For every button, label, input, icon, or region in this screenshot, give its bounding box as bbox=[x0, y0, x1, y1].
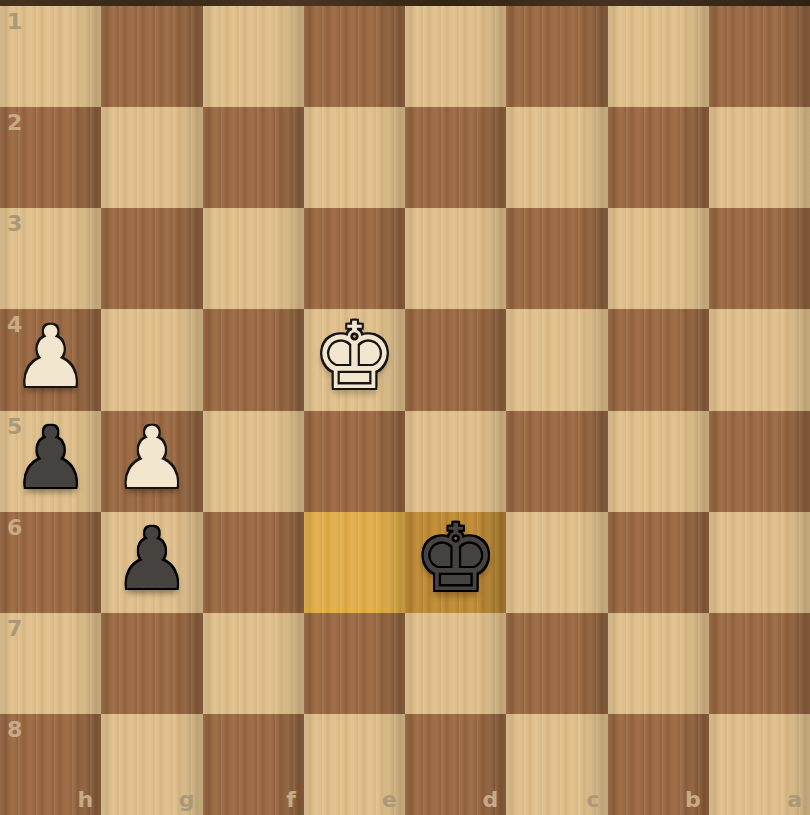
square-c3[interactable] bbox=[506, 208, 607, 309]
square-g3[interactable] bbox=[101, 208, 202, 309]
square-f2[interactable] bbox=[203, 107, 304, 208]
file-label-f: f bbox=[286, 789, 296, 811]
square-c4[interactable] bbox=[506, 309, 607, 410]
square-f7[interactable] bbox=[203, 613, 304, 714]
rank-label-2: 2 bbox=[7, 112, 22, 134]
piece-white-pawn-g5[interactable]: ♟ bbox=[114, 416, 189, 500]
square-g5[interactable]: ♟ bbox=[101, 411, 202, 512]
square-d2[interactable] bbox=[405, 107, 506, 208]
square-f6[interactable] bbox=[203, 512, 304, 613]
piece-black-pawn-h5[interactable]: ♟ bbox=[13, 416, 88, 500]
square-h6[interactable]: 6 bbox=[0, 512, 101, 613]
piece-white-pawn-h4[interactable]: ♟ bbox=[13, 315, 88, 399]
square-f3[interactable] bbox=[203, 208, 304, 309]
square-e6[interactable] bbox=[304, 512, 405, 613]
square-d7[interactable] bbox=[405, 613, 506, 714]
square-h4[interactable]: 4♟ bbox=[0, 309, 101, 410]
rank-label-1: 1 bbox=[7, 11, 22, 33]
chess-board: 1234♟♚5♟♟6♟♚78hgfedcba bbox=[0, 6, 810, 815]
square-f1[interactable] bbox=[203, 6, 304, 107]
square-h3[interactable]: 3 bbox=[0, 208, 101, 309]
square-e1[interactable] bbox=[304, 6, 405, 107]
piece-black-king-d6[interactable]: ♚ bbox=[414, 513, 496, 605]
square-g1[interactable] bbox=[101, 6, 202, 107]
square-d1[interactable] bbox=[405, 6, 506, 107]
piece-black-pawn-g6[interactable]: ♟ bbox=[114, 517, 189, 601]
square-a2[interactable] bbox=[709, 107, 810, 208]
square-b5[interactable] bbox=[608, 411, 709, 512]
file-label-a: a bbox=[787, 789, 802, 811]
file-label-b: b bbox=[685, 789, 701, 811]
square-c5[interactable] bbox=[506, 411, 607, 512]
square-g4[interactable] bbox=[101, 309, 202, 410]
square-e5[interactable] bbox=[304, 411, 405, 512]
square-b3[interactable] bbox=[608, 208, 709, 309]
square-b2[interactable] bbox=[608, 107, 709, 208]
square-g8[interactable]: g bbox=[101, 714, 202, 815]
piece-white-king-e4[interactable]: ♚ bbox=[313, 311, 395, 403]
square-a3[interactable] bbox=[709, 208, 810, 309]
file-label-h: h bbox=[78, 789, 94, 811]
square-a6[interactable] bbox=[709, 512, 810, 613]
square-e7[interactable] bbox=[304, 613, 405, 714]
file-label-d: d bbox=[483, 789, 499, 811]
square-f8[interactable]: f bbox=[203, 714, 304, 815]
square-f4[interactable] bbox=[203, 309, 304, 410]
square-f5[interactable] bbox=[203, 411, 304, 512]
square-c1[interactable] bbox=[506, 6, 607, 107]
square-d5[interactable] bbox=[405, 411, 506, 512]
square-b7[interactable] bbox=[608, 613, 709, 714]
square-h2[interactable]: 2 bbox=[0, 107, 101, 208]
square-c2[interactable] bbox=[506, 107, 607, 208]
rank-label-7: 7 bbox=[7, 618, 22, 640]
square-d8[interactable]: d bbox=[405, 714, 506, 815]
square-c8[interactable]: c bbox=[506, 714, 607, 815]
square-c6[interactable] bbox=[506, 512, 607, 613]
rank-label-5: 5 bbox=[7, 416, 22, 438]
rank-label-6: 6 bbox=[7, 517, 22, 539]
square-g7[interactable] bbox=[101, 613, 202, 714]
square-e8[interactable]: e bbox=[304, 714, 405, 815]
rank-label-8: 8 bbox=[7, 719, 22, 741]
square-h5[interactable]: 5♟ bbox=[0, 411, 101, 512]
file-label-g: g bbox=[179, 789, 195, 811]
square-h7[interactable]: 7 bbox=[0, 613, 101, 714]
rank-label-4: 4 bbox=[7, 314, 22, 336]
square-d4[interactable] bbox=[405, 309, 506, 410]
square-b4[interactable] bbox=[608, 309, 709, 410]
square-e3[interactable] bbox=[304, 208, 405, 309]
square-a7[interactable] bbox=[709, 613, 810, 714]
file-label-c: c bbox=[586, 789, 599, 811]
rank-label-3: 3 bbox=[7, 213, 22, 235]
square-h8[interactable]: 8h bbox=[0, 714, 101, 815]
square-a5[interactable] bbox=[709, 411, 810, 512]
square-c7[interactable] bbox=[506, 613, 607, 714]
square-h1[interactable]: 1 bbox=[0, 6, 101, 107]
square-a8[interactable]: a bbox=[709, 714, 810, 815]
square-b8[interactable]: b bbox=[608, 714, 709, 815]
square-d3[interactable] bbox=[405, 208, 506, 309]
square-g6[interactable]: ♟ bbox=[101, 512, 202, 613]
file-label-e: e bbox=[382, 789, 397, 811]
chess-app: 1234♟♚5♟♟6♟♚78hgfedcba bbox=[0, 0, 810, 815]
square-b1[interactable] bbox=[608, 6, 709, 107]
square-d6[interactable]: ♚ bbox=[405, 512, 506, 613]
square-a4[interactable] bbox=[709, 309, 810, 410]
square-a1[interactable] bbox=[709, 6, 810, 107]
square-b6[interactable] bbox=[608, 512, 709, 613]
square-g2[interactable] bbox=[101, 107, 202, 208]
square-e4[interactable]: ♚ bbox=[304, 309, 405, 410]
square-e2[interactable] bbox=[304, 107, 405, 208]
